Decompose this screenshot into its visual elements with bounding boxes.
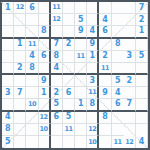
cell-digit: 8 [29, 64, 34, 72]
cell-digit: 6 [115, 100, 120, 108]
sudoku-board: 1126117125428946111172984681112352841193… [0, 0, 150, 150]
sudoku-cell-r6c3[interactable]: 8 [26, 63, 38, 75]
sudoku-cell-r6c12[interactable] [136, 63, 148, 75]
cell-digit: 5 [115, 77, 120, 85]
sudoku-cell-r4c6[interactable]: 2 [63, 39, 75, 51]
sudoku-cell-r4c11[interactable] [124, 39, 136, 51]
sudoku-cell-r5c12[interactable]: 5 [136, 51, 148, 63]
sudoku-cell-r9c1[interactable] [2, 99, 14, 111]
sudoku-cell-r11c3[interactable] [26, 124, 38, 136]
sudoku-cell-r1c5[interactable]: 11 [51, 2, 63, 14]
sudoku-cell-r5c8[interactable]: 1 [87, 51, 99, 63]
sudoku-cell-r8c6[interactable]: 6 [63, 87, 75, 99]
sudoku-cell-r8c4[interactable]: 1 [39, 87, 51, 99]
sudoku-cell-r6c11[interactable] [124, 63, 136, 75]
sudoku-cell-r1c9[interactable] [99, 2, 111, 14]
cell-digit: 8 [5, 125, 10, 133]
sudoku-cell-r8c12[interactable] [136, 87, 148, 99]
sudoku-cell-r6c2[interactable]: 2 [14, 63, 26, 75]
sudoku-cell-r8c5[interactable]: 2 [51, 87, 63, 99]
sudoku-cell-r3c1[interactable] [2, 26, 14, 38]
sudoku-cell-r7c5[interactable] [51, 75, 63, 87]
sudoku-cell-r1c2[interactable]: 12 [14, 2, 26, 14]
sudoku-cell-r11c4[interactable]: 10 [39, 124, 51, 136]
cell-digit: 6 [54, 113, 59, 121]
sudoku-cell-r8c9[interactable]: 9 [99, 87, 111, 99]
sudoku-cell-r6c9[interactable]: 11 [99, 63, 111, 75]
sudoku-cell-r3c6[interactable] [63, 26, 75, 38]
sudoku-cell-r9c10[interactable]: 6 [112, 99, 124, 111]
sudoku-cell-r2c3[interactable] [26, 14, 38, 26]
sudoku-cell-r10c6[interactable]: 5 [63, 112, 75, 124]
cell-digit: 7 [127, 100, 132, 108]
sudoku-cell-r6c4[interactable] [39, 63, 51, 75]
cell-digit: 12 [16, 4, 24, 11]
cell-digit: 9 [102, 89, 107, 97]
sudoku-cell-r7c12[interactable] [136, 75, 148, 87]
cell-digit: 11 [64, 126, 72, 133]
sudoku-cell-r7c2[interactable] [14, 75, 26, 87]
cell-digit: 6 [29, 4, 34, 12]
cell-digit: 8 [41, 27, 46, 35]
sudoku-cell-r5c2[interactable] [14, 51, 26, 63]
sudoku-cell-r8c10[interactable]: 4 [112, 87, 124, 99]
cell-digit: 7 [54, 40, 59, 48]
sudoku-cell-r4c2[interactable]: 1 [14, 39, 26, 51]
cell-digit: 11 [101, 65, 109, 72]
cell-digit: 11 [52, 4, 60, 11]
sudoku-cell-r2c5[interactable]: 12 [51, 14, 63, 26]
cell-digit: 12 [88, 126, 96, 133]
cell-digit: 8 [54, 52, 59, 60]
cell-digit: 4 [5, 113, 10, 121]
cell-digit: 9 [90, 40, 95, 48]
sudoku-cell-r12c11[interactable]: 12 [124, 136, 136, 148]
sudoku-cell-r9c8[interactable]: 8 [87, 99, 99, 111]
cell-digit: 2 [54, 89, 59, 97]
cell-digit: 11 [28, 41, 36, 48]
sudoku-cell-r8c7[interactable] [75, 87, 87, 99]
cell-digit: 2 [139, 16, 144, 24]
sudoku-cell-r6c5[interactable]: 4 [51, 63, 63, 75]
sudoku-cell-r7c6[interactable] [63, 75, 75, 87]
sudoku-cell-r9c5[interactable]: 5 [51, 99, 63, 111]
sudoku-cell-r10c2[interactable] [14, 112, 26, 124]
cell-digit: 4 [102, 16, 107, 24]
sudoku-cell-r12c12[interactable]: 4 [136, 136, 148, 148]
sudoku-cell-r3c10[interactable] [112, 26, 124, 38]
cell-digit: 4 [54, 64, 59, 72]
sudoku-cell-r11c9[interactable] [99, 124, 111, 136]
sudoku-cell-r1c12[interactable]: 7 [136, 2, 148, 14]
sudoku-cell-r10c8[interactable] [87, 112, 99, 124]
cell-digit: 5 [5, 138, 10, 146]
sudoku-cell-r9c3[interactable]: 10 [26, 99, 38, 111]
sudoku-cell-r9c11[interactable]: 7 [124, 99, 136, 111]
sudoku-cell-r7c1[interactable] [2, 75, 14, 87]
sudoku-cell-r9c12[interactable] [136, 99, 148, 111]
sudoku-cell-r10c9[interactable]: 8 [99, 112, 111, 124]
sudoku-cell-r4c7[interactable] [75, 39, 87, 51]
sudoku-cell-r7c9[interactable] [99, 75, 111, 87]
sudoku-cell-r2c11[interactable] [124, 14, 136, 26]
sudoku-cell-r10c12[interactable] [136, 112, 148, 124]
sudoku-cell-r5c11[interactable]: 3 [124, 51, 136, 63]
cell-digit: 9 [41, 77, 46, 85]
cell-digit: 5 [54, 100, 59, 108]
sudoku-cell-r3c12[interactable]: 1 [136, 26, 148, 38]
sudoku-cell-r10c11[interactable] [124, 112, 136, 124]
cell-digit: 1 [5, 4, 10, 12]
sudoku-cell-r11c7[interactable] [75, 124, 87, 136]
cell-digit: 7 [17, 89, 22, 97]
cell-digit: 12 [40, 114, 48, 121]
sudoku-cell-r2c8[interactable] [87, 14, 99, 26]
cell-digit: 3 [5, 89, 10, 97]
sudoku-cell-r1c11[interactable] [124, 2, 136, 14]
sudoku-cell-r9c4[interactable] [39, 99, 51, 111]
cell-digit: 1 [78, 100, 83, 108]
sudoku-cell-r3c5[interactable] [51, 26, 63, 38]
cell-digit: 11 [77, 53, 85, 60]
sudoku-cell-r5c3[interactable]: 4 [26, 51, 38, 63]
cell-digit: 2 [17, 64, 22, 72]
sudoku-cell-r4c4[interactable] [39, 39, 51, 51]
sudoku-cell-r10c4[interactable]: 12 [39, 112, 51, 124]
sudoku-cell-r3c8[interactable]: 4 [87, 26, 99, 38]
sudoku-cell-r4c3[interactable]: 11 [26, 39, 38, 51]
cell-digit: 12 [125, 139, 133, 146]
sudoku-cell-r6c6[interactable] [63, 63, 75, 75]
sudoku-cell-r10c1[interactable]: 4 [2, 112, 14, 124]
cell-digit: 10 [40, 126, 48, 133]
sudoku-cell-r5c7[interactable]: 11 [75, 51, 87, 63]
sudoku-cell-r11c12[interactable] [136, 124, 148, 136]
sudoku-cell-r12c1[interactable]: 5 [2, 136, 14, 148]
sudoku-cell-r4c12[interactable] [136, 39, 148, 51]
sudoku-cell-r9c9[interactable] [99, 99, 111, 111]
sudoku-cell-r4c8[interactable]: 9 [87, 39, 99, 51]
sudoku-cell-r6c10[interactable] [112, 63, 124, 75]
sudoku-cell-r10c3[interactable] [26, 112, 38, 124]
sudoku-cell-r6c8[interactable] [87, 63, 99, 75]
sudoku-cell-r4c1[interactable] [2, 39, 14, 51]
cell-digit: 4 [29, 52, 34, 60]
cell-digit: 1 [139, 27, 144, 35]
sudoku-cell-r11c10[interactable] [112, 124, 124, 136]
sudoku-cell-r10c7[interactable] [75, 112, 87, 124]
sudoku-cell-r8c11[interactable] [124, 87, 136, 99]
sudoku-cell-r11c1[interactable]: 8 [2, 124, 14, 136]
sudoku-cell-r1c6[interactable] [63, 2, 75, 14]
sudoku-cell-r11c2[interactable] [14, 124, 26, 136]
sudoku-cell-r9c7[interactable]: 1 [75, 99, 87, 111]
sudoku-cell-r8c1[interactable]: 3 [2, 87, 14, 99]
sudoku-cell-r5c9[interactable]: 2 [99, 51, 111, 63]
sudoku-cell-r7c3[interactable] [26, 75, 38, 87]
cell-digit: 2 [102, 52, 107, 60]
cell-digit: 12 [52, 16, 60, 23]
sudoku-cell-r12c3[interactable] [26, 136, 38, 148]
sudoku-cell-r2c12[interactable]: 2 [136, 14, 148, 26]
sudoku-cell-r9c2[interactable] [14, 99, 26, 111]
sudoku-cell-r11c5[interactable] [51, 124, 63, 136]
sudoku-cell-r2c1[interactable] [2, 14, 14, 26]
sudoku-cell-r3c9[interactable]: 6 [99, 26, 111, 38]
sudoku-cell-r5c4[interactable]: 6 [39, 51, 51, 63]
sudoku-cell-r1c1[interactable]: 1 [2, 2, 14, 14]
cell-digit: 1 [41, 89, 46, 97]
sudoku-cell-r3c11[interactable] [124, 26, 136, 38]
cell-digit: 2 [66, 40, 71, 48]
cell-digit: 8 [90, 100, 95, 108]
sudoku-cell-r5c10[interactable] [112, 51, 124, 63]
cell-digit: 10 [28, 101, 36, 108]
cell-digit: 11 [88, 89, 96, 96]
cell-digit: 10 [88, 139, 96, 146]
cell-digit: 7 [139, 4, 144, 12]
sudoku-cell-r7c8[interactable]: 3 [87, 75, 99, 87]
sudoku-cell-r8c2[interactable]: 7 [14, 87, 26, 99]
sudoku-cell-r3c3[interactable] [26, 26, 38, 38]
sudoku-cell-r4c10[interactable]: 8 [112, 39, 124, 51]
sudoku-cell-r10c5[interactable]: 6 [51, 112, 63, 124]
sudoku-cell-r6c1[interactable] [2, 63, 14, 75]
sudoku-cell-r2c4[interactable] [39, 14, 51, 26]
sudoku-cell-r1c7[interactable] [75, 2, 87, 14]
sudoku-cell-r1c4[interactable] [39, 2, 51, 14]
sudoku-cell-r3c2[interactable] [14, 26, 26, 38]
sudoku-cell-r7c7[interactable] [75, 75, 87, 87]
sudoku-cell-r9c6[interactable] [63, 99, 75, 111]
sudoku-cell-r5c6[interactable] [63, 51, 75, 63]
sudoku-cell-r12c10[interactable]: 11 [112, 136, 124, 148]
cell-digit: 11 [114, 139, 122, 146]
sudoku-cell-r12c2[interactable] [14, 136, 26, 148]
sudoku-cell-r7c4[interactable]: 9 [39, 75, 51, 87]
sudoku-cell-r2c9[interactable]: 4 [99, 14, 111, 26]
sudoku-cell-r3c7[interactable]: 9 [75, 26, 87, 38]
sudoku-cell-r5c5[interactable]: 8 [51, 51, 63, 63]
sudoku-cell-r12c4[interactable] [39, 136, 51, 148]
cell-digit: 3 [127, 52, 132, 60]
cell-digit: 4 [90, 27, 95, 35]
sudoku-cell-r7c10[interactable]: 5 [112, 75, 124, 87]
sudoku-cell-r1c8[interactable] [87, 2, 99, 14]
sudoku-cell-r2c7[interactable]: 5 [75, 14, 87, 26]
cell-digit: 5 [139, 52, 144, 60]
sudoku-cell-r4c9[interactable] [99, 39, 111, 51]
sudoku-cell-r12c9[interactable] [99, 136, 111, 148]
sudoku-cell-r11c8[interactable]: 12 [87, 124, 99, 136]
cell-digit: 8 [102, 113, 107, 121]
sudoku-cell-r12c8[interactable]: 10 [87, 136, 99, 148]
sudoku-cell-r10c10[interactable] [112, 112, 124, 124]
sudoku-cell-r1c10[interactable] [112, 2, 124, 14]
sudoku-cell-r8c8[interactable]: 11 [87, 87, 99, 99]
sudoku-cell-r12c5[interactable] [51, 136, 63, 148]
cell-digit: 9 [78, 27, 83, 35]
cell-digit: 6 [102, 27, 107, 35]
cell-digit: 6 [41, 52, 46, 60]
sudoku-cell-r2c6[interactable] [63, 14, 75, 26]
sudoku-cell-r4c5[interactable]: 7 [51, 39, 63, 51]
cell-digit: 1 [17, 40, 22, 48]
sudoku-cell-r2c2[interactable] [14, 14, 26, 26]
cell-digit: 4 [139, 138, 144, 146]
sudoku-cell-r12c6[interactable] [63, 136, 75, 148]
sudoku-cell-r2c10[interactable] [112, 14, 124, 26]
cell-digit: 2 [127, 77, 132, 85]
sudoku-cell-r7c11[interactable]: 2 [124, 75, 136, 87]
cell-digit: 6 [66, 89, 71, 97]
sudoku-cell-r8c3[interactable] [26, 87, 38, 99]
sudoku-cell-r5c1[interactable] [2, 51, 14, 63]
cell-digit: 5 [78, 16, 83, 24]
sudoku-cell-r11c11[interactable] [124, 124, 136, 136]
sudoku-cell-r1c3[interactable]: 6 [26, 2, 38, 14]
cell-digit: 8 [115, 40, 120, 48]
sudoku-cell-r12c7[interactable] [75, 136, 87, 148]
cell-digit: 4 [115, 89, 120, 97]
sudoku-cell-r3c4[interactable]: 8 [39, 26, 51, 38]
cell-digit: 5 [66, 113, 71, 121]
cell-digit: 3 [90, 77, 95, 85]
cell-digit: 1 [90, 52, 95, 60]
sudoku-cell-r11c6[interactable]: 11 [63, 124, 75, 136]
sudoku-cell-r6c7[interactable] [75, 63, 87, 75]
